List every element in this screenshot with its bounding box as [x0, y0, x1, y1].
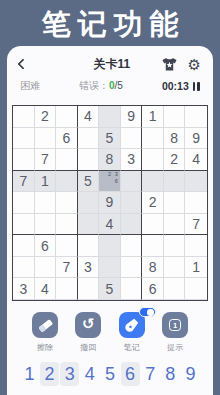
pencil-notes: 236 [99, 171, 120, 192]
sudoku-cell-r2c3[interactable]: 6 [56, 128, 78, 150]
sudoku-cell-r1c1[interactable] [13, 106, 35, 128]
sudoku-cell-r9c4[interactable] [78, 278, 100, 300]
sudoku-cell-r6c5[interactable]: 4 [99, 214, 121, 236]
numpad-digit-8[interactable]: 8 [161, 362, 180, 386]
sudoku-cell-r9c6[interactable] [121, 278, 143, 300]
sudoku-cell-r1c4[interactable]: 4 [78, 106, 100, 128]
sudoku-cell-r9c2[interactable]: 4 [35, 278, 57, 300]
sudoku-cell-r7c7[interactable] [142, 235, 164, 257]
hint-icon: 1 [169, 319, 181, 331]
eraser-icon [38, 318, 53, 333]
sudoku-cell-r5c8[interactable] [164, 192, 186, 214]
sudoku-cell-r2c2[interactable] [35, 128, 57, 150]
pen-icon [125, 318, 139, 332]
sudoku-cell-r5c7[interactable]: 2 [142, 192, 164, 214]
sudoku-cell-r5c1[interactable] [13, 192, 35, 214]
sudoku-cell-r2c9[interactable]: 9 [185, 128, 207, 150]
sudoku-cell-r6c2[interactable] [35, 214, 57, 236]
sudoku-cell-r8c8[interactable] [164, 257, 186, 279]
sudoku-cell-r3c2[interactable]: 7 [35, 149, 57, 171]
sudoku-cell-r1c6[interactable]: 9 [121, 106, 143, 128]
app-screen: 笔记功能 关卡11 ⚙ 困难 错误：0/5 00:13 249165897832… [0, 0, 220, 395]
sudoku-cell-r6c7[interactable] [142, 214, 164, 236]
sudoku-cell-r4c3[interactable] [56, 171, 78, 193]
sudoku-cell-r4c6[interactable] [121, 171, 143, 193]
settings-gear-button[interactable]: ⚙ [188, 57, 201, 72]
undo-button[interactable]: ↺ 撤回 [71, 312, 105, 353]
header-row: 关卡11 ⚙ [7, 46, 213, 72]
sudoku-cell-r7c6[interactable] [121, 235, 143, 257]
timer: 00:13 [162, 80, 189, 92]
sudoku-cell-r1c5[interactable] [99, 106, 121, 128]
sudoku-cell-r5c5[interactable]: 9 [99, 192, 121, 214]
toolbar: 擦除 ↺ 撤回 笔记 1 提示 [7, 312, 213, 353]
sudoku-cell-r6c3[interactable] [56, 214, 78, 236]
sudoku-cell-r3c7[interactable] [142, 149, 164, 171]
sudoku-cell-r4c8[interactable] [164, 171, 186, 193]
number-pad: 123456789 [7, 362, 213, 386]
sudoku-cell-r2c6[interactable] [121, 128, 143, 150]
sudoku-cell-r4c7[interactable] [142, 171, 164, 193]
sudoku-cell-r3c6[interactable]: 3 [121, 149, 143, 171]
sudoku-cell-r7c3[interactable] [56, 235, 78, 257]
sudoku-cell-r8c4[interactable]: 3 [78, 257, 100, 279]
sudoku-cell-r1c2[interactable]: 2 [35, 106, 57, 128]
sudoku-cell-r3c1[interactable] [13, 149, 35, 171]
numpad-digit-6[interactable]: 6 [121, 362, 140, 386]
sudoku-cell-r1c9[interactable] [185, 106, 207, 128]
sudoku-cell-r8c2[interactable] [35, 257, 57, 279]
sudoku-cell-r6c9[interactable]: 7 [185, 214, 207, 236]
sudoku-cell-r2c8[interactable]: 8 [164, 128, 186, 150]
sudoku-cell-r9c9[interactable] [185, 278, 207, 300]
sudoku-cell-r8c7[interactable]: 8 [142, 257, 164, 279]
difficulty-label: 困难 [20, 79, 40, 93]
sudoku-cell-r6c4[interactable] [78, 214, 100, 236]
sudoku-cell-r9c8[interactable] [164, 278, 186, 300]
sudoku-cell-r7c9[interactable] [185, 235, 207, 257]
numpad-digit-3[interactable]: 3 [60, 362, 79, 386]
numpad-digit-2[interactable]: 2 [40, 362, 59, 386]
sudoku-cell-r1c7[interactable]: 1 [142, 106, 164, 128]
sudoku-cell-r4c4[interactable]: 5 [78, 171, 100, 193]
sudoku-cell-r5c3[interactable] [56, 192, 78, 214]
back-chevron-icon [17, 58, 28, 69]
sudoku-cell-r6c8[interactable] [164, 214, 186, 236]
undo-icon: ↺ [82, 317, 95, 332]
error-count-total: /5 [115, 80, 123, 91]
sudoku-cell-r4c1[interactable]: 7 [13, 171, 35, 193]
sudoku-cell-r5c6[interactable] [121, 192, 143, 214]
sudoku-cell-r3c9[interactable]: 4 [185, 149, 207, 171]
sudoku-cell-r7c4[interactable] [78, 235, 100, 257]
sudoku-cell-r9c1[interactable]: 3 [13, 278, 35, 300]
theme-tshirt-button[interactable] [161, 57, 178, 72]
sudoku-cell-r2c1[interactable] [13, 128, 35, 150]
sudoku-cell-r1c3[interactable] [56, 106, 78, 128]
sudoku-cell-r7c5[interactable] [99, 235, 121, 257]
status-row: 困难 错误：0/5 00:13 [7, 79, 213, 93]
notes-toggle-on[interactable] [139, 307, 156, 317]
erase-button[interactable]: 擦除 [28, 312, 62, 353]
sudoku-cell-r8c3[interactable]: 7 [56, 257, 78, 279]
sudoku-cell-r1c8[interactable] [164, 106, 186, 128]
back-button[interactable] [19, 60, 37, 68]
numpad-digit-5[interactable]: 5 [101, 362, 120, 386]
numpad-digit-4[interactable]: 4 [80, 362, 99, 386]
sudoku-cell-r5c9[interactable] [185, 192, 207, 214]
sudoku-board: 24916589783247152369247673813456 [12, 105, 208, 301]
sudoku-cell-r7c2[interactable]: 6 [35, 235, 57, 257]
level-title: 关卡11 [37, 56, 161, 73]
sudoku-cell-r2c7[interactable] [142, 128, 164, 150]
numpad-digit-7[interactable]: 7 [141, 362, 160, 386]
notes-button[interactable]: 笔记 [115, 312, 149, 353]
sudoku-cell-r3c5[interactable]: 8 [99, 149, 121, 171]
sudoku-cell-r9c5[interactable]: 5 [99, 278, 121, 300]
sudoku-cell-r3c3[interactable] [56, 149, 78, 171]
sudoku-cell-r7c1[interactable] [13, 235, 35, 257]
sudoku-cell-r4c2[interactable]: 1 [35, 171, 57, 193]
error-counter: 错误：0/5 [79, 79, 123, 93]
sudoku-cell-r8c5[interactable] [99, 257, 121, 279]
banner-title: 笔记功能 [0, 5, 220, 45]
sudoku-cell-r3c4[interactable] [78, 149, 100, 171]
sudoku-cell-r8c6[interactable] [121, 257, 143, 279]
sudoku-cell-r2c5[interactable]: 5 [99, 128, 121, 150]
game-card: 关卡11 ⚙ 困难 错误：0/5 00:13 24916589783247152… [7, 46, 213, 395]
sudoku-cell-r4c9[interactable] [185, 171, 207, 193]
numpad-digit-1[interactable]: 1 [20, 362, 39, 386]
sudoku-cell-r6c6[interactable] [121, 214, 143, 236]
sudoku-cell-r5c4[interactable] [78, 192, 100, 214]
sudoku-cell-r2c4[interactable] [78, 128, 100, 150]
numpad-digit-9[interactable]: 9 [181, 362, 200, 386]
sudoku-cell-r8c9[interactable]: 1 [185, 257, 207, 279]
sudoku-cell-r7c8[interactable] [164, 235, 186, 257]
sudoku-cell-r4c5[interactable]: 236 [99, 171, 121, 193]
sudoku-cell-r9c7[interactable]: 6 [142, 278, 164, 300]
sudoku-cell-r9c3[interactable] [56, 278, 78, 300]
sudoku-cell-r8c1[interactable] [13, 257, 35, 279]
sudoku-cell-r6c1[interactable] [13, 214, 35, 236]
sudoku-cell-r5c2[interactable] [35, 192, 57, 214]
sudoku-cell-r3c8[interactable]: 2 [164, 149, 186, 171]
pause-button[interactable] [193, 82, 200, 91]
hint-button[interactable]: 1 提示 [158, 312, 192, 353]
